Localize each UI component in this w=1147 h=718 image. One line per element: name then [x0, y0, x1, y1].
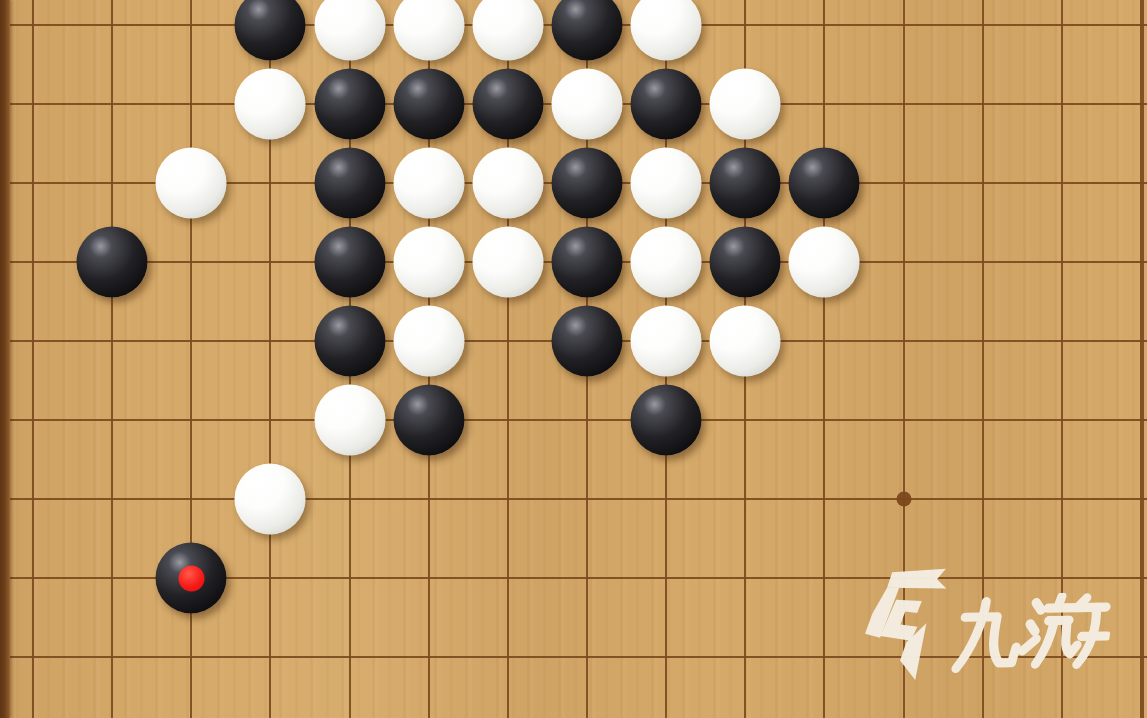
- stone-black: [235, 0, 306, 61]
- stone-black: [393, 385, 464, 456]
- stone-black: [314, 227, 385, 298]
- stone-black: [631, 69, 702, 140]
- stone-white: [551, 69, 622, 140]
- star-point: [896, 492, 911, 507]
- grid-vline: [823, 0, 825, 718]
- stone-white: [156, 148, 227, 219]
- board-left-edge: [0, 0, 10, 718]
- stone-white: [472, 148, 543, 219]
- goban-surface[interactable]: [0, 0, 1147, 718]
- stone-black: [314, 148, 385, 219]
- stone-black: [551, 227, 622, 298]
- last-move-marker: [178, 565, 204, 591]
- stone-black: [314, 306, 385, 377]
- grid-hline: [10, 656, 1147, 658]
- grid-vline: [111, 0, 113, 718]
- stone-black: [789, 148, 860, 219]
- grid-vline: [32, 0, 34, 718]
- stone-black: [156, 543, 227, 614]
- stone-white: [393, 0, 464, 61]
- stone-white: [631, 0, 702, 61]
- stone-black: [710, 227, 781, 298]
- stone-white: [631, 227, 702, 298]
- stone-black: [551, 148, 622, 219]
- stone-white: [393, 306, 464, 377]
- grid-hline: [10, 419, 1147, 421]
- stone-white: [314, 385, 385, 456]
- stone-black: [551, 0, 622, 61]
- stone-white: [393, 227, 464, 298]
- grid-vline: [903, 0, 905, 718]
- stone-white: [314, 0, 385, 61]
- stone-white: [631, 148, 702, 219]
- stone-white: [710, 69, 781, 140]
- grid-vline: [982, 0, 984, 718]
- stone-black: [631, 385, 702, 456]
- stone-black: [393, 69, 464, 140]
- stone-white: [393, 148, 464, 219]
- grid-vline: [1061, 0, 1063, 718]
- stone-black: [551, 306, 622, 377]
- stone-white: [631, 306, 702, 377]
- stone-black: [314, 69, 385, 140]
- stone-white: [472, 0, 543, 61]
- stone-white: [789, 227, 860, 298]
- stone-white: [235, 464, 306, 535]
- stone-white: [472, 227, 543, 298]
- stone-white: [710, 306, 781, 377]
- stone-black: [710, 148, 781, 219]
- stone-black: [472, 69, 543, 140]
- grid-hline: [10, 498, 1147, 500]
- stone-black: [77, 227, 148, 298]
- gomoku-screenshot: [0, 0, 1147, 718]
- grid-vline: [1140, 0, 1144, 718]
- stone-white: [235, 69, 306, 140]
